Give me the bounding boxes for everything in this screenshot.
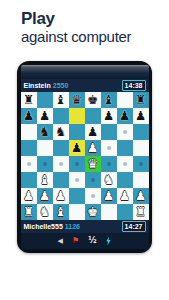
player-bar: Michelle555 1126 14:27 [21, 220, 149, 233]
square-f6[interactable] [101, 124, 117, 140]
piece-white-king: ♚ [87, 204, 98, 220]
square-b1[interactable]: ♞ [37, 204, 53, 220]
square-g7[interactable]: ♟ [117, 108, 133, 124]
square-c8[interactable]: ♝ [53, 92, 69, 108]
square-f4[interactable] [101, 156, 117, 172]
square-e1[interactable]: ♚ [85, 204, 101, 220]
square-c5[interactable] [53, 140, 69, 156]
square-d6[interactable] [69, 124, 85, 140]
piece-white-bishop: ♝ [55, 204, 66, 220]
square-b5[interactable] [37, 140, 53, 156]
status-bar [21, 65, 149, 79]
square-e5[interactable]: ♟ [85, 140, 101, 156]
square-d5[interactable]: ♟ [69, 140, 85, 156]
draw-offer-icon[interactable]: ½ [88, 236, 96, 246]
piece-black-pawn: ♟ [23, 108, 34, 124]
piece-black-rook: ♜ [135, 92, 146, 108]
piece-black-rook: ♜ [23, 92, 34, 108]
square-e4[interactable]: ♛ [85, 156, 101, 172]
move-hint-dot [91, 178, 95, 182]
move-hint-dot [107, 162, 111, 166]
square-c6[interactable]: ♞ [53, 124, 69, 140]
player-rating: 1126 [65, 220, 80, 233]
square-d2[interactable] [69, 188, 85, 204]
square-h2[interactable]: ♟ [133, 188, 149, 204]
screenshot-canvas: Play against computer Einstein 2550 14:3… [0, 0, 169, 300]
square-b8[interactable] [37, 92, 53, 108]
piece-black-knight: ♞ [39, 124, 50, 140]
square-c2[interactable]: ♟ [53, 188, 69, 204]
square-a6[interactable] [21, 124, 37, 140]
square-a2[interactable]: ♟ [21, 188, 37, 204]
piece-white-pawn: ♟ [55, 188, 66, 204]
square-c7[interactable] [53, 108, 69, 124]
square-d8[interactable]: ♛ [69, 92, 85, 108]
square-h6[interactable] [133, 124, 149, 140]
square-g5[interactable] [117, 140, 133, 156]
piece-black-bishop: ♝ [103, 92, 114, 108]
square-d3[interactable] [69, 172, 85, 188]
square-e2[interactable] [85, 188, 101, 204]
move-hint-dot [27, 162, 31, 166]
square-a5[interactable] [21, 140, 37, 156]
square-g6[interactable] [117, 124, 133, 140]
opponent-rating: 2550 [53, 79, 69, 92]
square-f5[interactable] [101, 140, 117, 156]
phone-screen: Einstein 2550 14:38 ♜♝♛♚♝♜♟♟♟♟♟♞♞♟♟♟♛♝♞♟… [21, 65, 149, 249]
piece-black-pawn: ♟ [87, 124, 98, 140]
piece-white-queen: ♛ [87, 156, 98, 172]
square-h7[interactable]: ♟ [133, 108, 149, 124]
phone-frame: Einstein 2550 14:38 ♜♝♛♚♝♜♟♟♟♟♟♞♞♟♟♟♛♝♞♟… [17, 61, 152, 253]
square-a8[interactable]: ♜ [21, 92, 37, 108]
square-b3[interactable]: ♝ [37, 172, 53, 188]
opponent-clock: 14:38 [122, 80, 146, 91]
piece-white-pawn: ♟ [23, 188, 34, 204]
piece-white-pawn: ♟ [103, 188, 114, 204]
square-g1[interactable] [117, 204, 133, 220]
piece-white-rook: ♜ [23, 204, 34, 220]
piece-black-pawn: ♟ [39, 108, 50, 124]
square-g3[interactable] [117, 172, 133, 188]
game-toolbar: ◀ ⚑ ½ [21, 233, 149, 249]
square-h4[interactable] [133, 156, 149, 172]
square-f7[interactable]: ♟ [101, 108, 117, 124]
square-b2[interactable]: ♟ [37, 188, 53, 204]
piece-white-rook: ♜ [135, 204, 146, 220]
piece-white-pawn: ♟ [135, 188, 146, 204]
square-g2[interactable]: ♟ [117, 188, 133, 204]
piece-white-knight: ♞ [39, 204, 50, 220]
player-clock: 14:27 [122, 221, 146, 232]
square-a4[interactable] [21, 156, 37, 172]
square-g4[interactable] [117, 156, 133, 172]
move-hint-dot [123, 162, 127, 166]
square-a1[interactable]: ♜ [21, 204, 37, 220]
move-hint-dot [107, 146, 111, 150]
player-name: Michelle555 [24, 220, 63, 233]
piece-black-pawn: ♟ [135, 108, 146, 124]
piece-white-pawn: ♟ [87, 140, 98, 156]
square-a3[interactable] [21, 172, 37, 188]
square-b4[interactable] [37, 156, 53, 172]
move-hint-dot [43, 162, 47, 166]
square-h1[interactable]: ♜ [133, 204, 149, 220]
square-b7[interactable]: ♟ [37, 108, 53, 124]
headline: Play against computer [21, 9, 131, 45]
square-e7[interactable] [85, 108, 101, 124]
piece-white-bishop: ♝ [39, 172, 50, 188]
square-b6[interactable]: ♞ [37, 124, 53, 140]
headline-line2: against computer [21, 28, 131, 45]
piece-black-queen: ♛ [71, 92, 82, 108]
opponent-name: Einstein [24, 79, 51, 92]
square-h3[interactable] [133, 172, 149, 188]
square-d1[interactable] [69, 204, 85, 220]
move-hint-dot [75, 178, 79, 182]
move-hint-dot [123, 130, 127, 134]
square-e3[interactable] [85, 172, 101, 188]
move-hint-dot [91, 194, 95, 198]
headline-line1: Play [21, 9, 131, 28]
piece-black-pawn: ♟ [103, 108, 114, 124]
square-g8[interactable] [117, 92, 133, 108]
square-d7[interactable] [69, 108, 85, 124]
piece-black-pawn: ♟ [71, 140, 82, 156]
square-h8[interactable]: ♜ [133, 92, 149, 108]
square-f8[interactable]: ♝ [101, 92, 117, 108]
square-h5[interactable] [133, 140, 149, 156]
move-hint-dot [139, 162, 143, 166]
bolt-icon[interactable] [105, 237, 111, 246]
resign-flag-icon[interactable]: ⚑ [72, 236, 79, 246]
back-icon[interactable]: ◀ [58, 236, 63, 246]
square-c3[interactable] [53, 172, 69, 188]
piece-white-knight: ♞ [103, 172, 114, 188]
square-d4[interactable] [69, 156, 85, 172]
square-c1[interactable]: ♝ [53, 204, 69, 220]
piece-black-knight: ♞ [55, 124, 66, 140]
opponent-bar: Einstein 2550 14:38 [21, 79, 149, 92]
square-f3[interactable]: ♞ [101, 172, 117, 188]
chess-board: ♜♝♛♚♝♜♟♟♟♟♟♞♞♟♟♟♛♝♞♟♟♟♟♟♟♜♞♝♚♜ [21, 92, 149, 220]
piece-white-pawn: ♟ [39, 188, 50, 204]
piece-black-king: ♚ [87, 92, 98, 108]
move-hint-dot [75, 162, 79, 166]
piece-black-bishop: ♝ [55, 92, 66, 108]
piece-black-pawn: ♟ [119, 108, 130, 124]
square-e8[interactable]: ♚ [85, 92, 101, 108]
square-a7[interactable]: ♟ [21, 108, 37, 124]
square-e6[interactable]: ♟ [85, 124, 101, 140]
square-f2[interactable]: ♟ [101, 188, 117, 204]
piece-white-pawn: ♟ [119, 188, 130, 204]
square-f1[interactable] [101, 204, 117, 220]
move-hint-dot [59, 162, 63, 166]
square-c4[interactable] [53, 156, 69, 172]
